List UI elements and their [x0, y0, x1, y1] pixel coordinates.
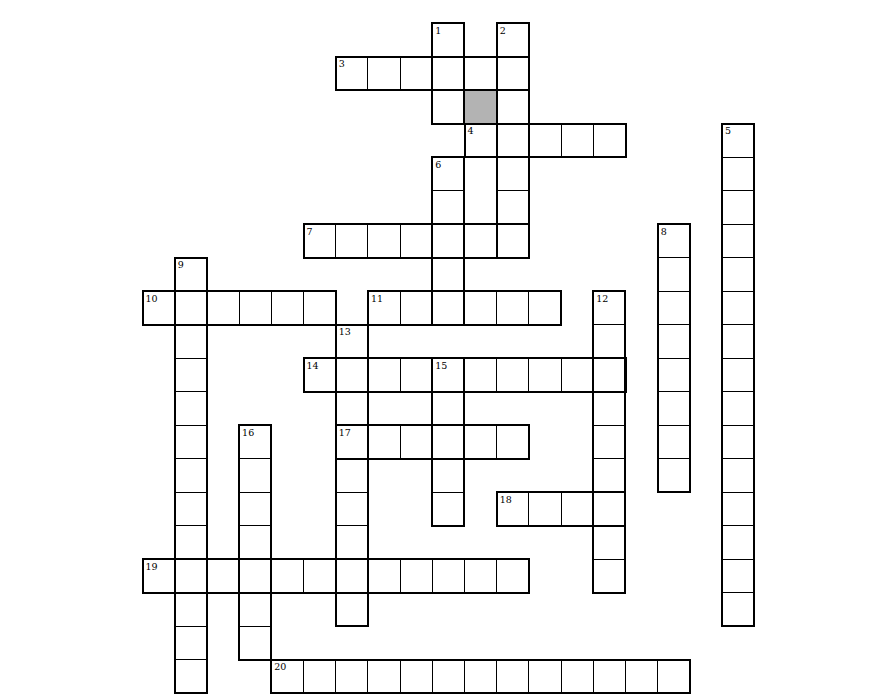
cell[interactable] — [271, 291, 305, 326]
cell[interactable] — [335, 391, 369, 426]
cell[interactable] — [303, 224, 337, 259]
cell[interactable] — [335, 458, 369, 493]
cell[interactable] — [561, 358, 595, 393]
cell[interactable] — [367, 56, 401, 91]
cell[interactable] — [174, 324, 208, 359]
cell[interactable] — [528, 492, 562, 527]
cell[interactable] — [496, 23, 530, 58]
cell[interactable] — [528, 291, 562, 326]
cell[interactable] — [625, 659, 659, 694]
cell[interactable] — [432, 56, 466, 91]
cell[interactable] — [657, 659, 691, 694]
cell[interactable] — [593, 559, 627, 594]
cell[interactable] — [722, 391, 756, 426]
cell[interactable] — [496, 559, 530, 594]
cell[interactable] — [722, 123, 756, 158]
cell[interactable] — [206, 291, 240, 326]
cell[interactable] — [239, 592, 273, 627]
cell[interactable] — [239, 425, 273, 460]
cell[interactable] — [722, 190, 756, 225]
cell[interactable] — [496, 224, 530, 259]
cell[interactable] — [722, 559, 756, 594]
cell[interactable] — [561, 492, 595, 527]
cell[interactable] — [593, 659, 627, 694]
cell[interactable] — [432, 23, 466, 58]
cell[interactable] — [432, 425, 466, 460]
cell[interactable] — [593, 458, 627, 493]
cell[interactable] — [335, 324, 369, 359]
cell[interactable] — [239, 291, 273, 326]
cell[interactable] — [303, 358, 337, 393]
cell[interactable] — [239, 559, 273, 594]
cell[interactable] — [239, 626, 273, 661]
cell[interactable] — [432, 492, 466, 527]
cell[interactable] — [271, 559, 305, 594]
cell[interactable] — [335, 659, 369, 694]
cell[interactable] — [464, 56, 498, 91]
cell[interactable] — [432, 90, 466, 125]
cell[interactable] — [528, 659, 562, 694]
shaded-cell — [464, 90, 498, 125]
cell[interactable] — [400, 56, 434, 91]
cell[interactable] — [367, 559, 401, 594]
cell[interactable] — [722, 425, 756, 460]
cell[interactable] — [593, 358, 627, 393]
cell[interactable] — [432, 559, 466, 594]
cell[interactable] — [174, 525, 208, 560]
cell[interactable] — [464, 123, 498, 158]
cell[interactable] — [303, 559, 337, 594]
cell[interactable] — [206, 559, 240, 594]
cell[interactable] — [593, 492, 627, 527]
cell[interactable] — [335, 559, 369, 594]
cell[interactable] — [432, 358, 466, 393]
cell[interactable] — [174, 291, 208, 326]
cell[interactable] — [432, 190, 466, 225]
cell[interactable] — [239, 525, 273, 560]
cell[interactable] — [496, 190, 530, 225]
cell[interactable] — [174, 492, 208, 527]
cell[interactable] — [367, 425, 401, 460]
cell[interactable] — [561, 659, 595, 694]
cell[interactable] — [496, 123, 530, 158]
cell[interactable] — [657, 257, 691, 292]
crossword-board: 1234567891011121314151617181920 — [142, 23, 754, 693]
cell[interactable] — [464, 291, 498, 326]
cell[interactable] — [496, 157, 530, 192]
cell[interactable] — [722, 257, 756, 292]
cell[interactable] — [464, 425, 498, 460]
cell[interactable] — [432, 157, 466, 192]
cell[interactable] — [432, 391, 466, 426]
cell[interactable] — [593, 123, 627, 158]
cell[interactable] — [174, 358, 208, 393]
cell[interactable] — [528, 358, 562, 393]
cell[interactable] — [335, 425, 369, 460]
cell[interactable] — [174, 458, 208, 493]
cell[interactable] — [271, 659, 305, 694]
cell[interactable] — [593, 525, 627, 560]
cell[interactable] — [496, 492, 530, 527]
cell[interactable] — [722, 358, 756, 393]
cell[interactable] — [657, 458, 691, 493]
cell[interactable] — [367, 659, 401, 694]
page: 1234567891011121314151617181920 — [0, 0, 888, 700]
cell[interactable] — [722, 458, 756, 493]
cell[interactable] — [174, 592, 208, 627]
cell[interactable] — [174, 391, 208, 426]
cell[interactable] — [496, 358, 530, 393]
cell[interactable] — [400, 358, 434, 393]
cell[interactable] — [464, 224, 498, 259]
cell[interactable] — [303, 659, 337, 694]
cell[interactable] — [367, 224, 401, 259]
cell[interactable] — [239, 458, 273, 493]
cell[interactable] — [528, 123, 562, 158]
cell[interactable] — [593, 425, 627, 460]
cell[interactable] — [464, 358, 498, 393]
cell[interactable] — [722, 492, 756, 527]
cell[interactable] — [335, 358, 369, 393]
cell[interactable] — [464, 559, 498, 594]
cell[interactable] — [335, 592, 369, 627]
cell[interactable] — [432, 458, 466, 493]
cell[interactable] — [722, 291, 756, 326]
cell[interactable] — [496, 659, 530, 694]
cell[interactable] — [657, 425, 691, 460]
cell[interactable] — [722, 525, 756, 560]
cell[interactable] — [657, 324, 691, 359]
cell[interactable] — [174, 659, 208, 694]
cell[interactable] — [432, 659, 466, 694]
cell[interactable] — [174, 425, 208, 460]
cell[interactable] — [400, 559, 434, 594]
cell[interactable] — [593, 391, 627, 426]
cell[interactable] — [657, 224, 691, 259]
cell[interactable] — [335, 492, 369, 527]
cell[interactable] — [464, 659, 498, 694]
cell[interactable] — [239, 492, 273, 527]
cell[interactable] — [593, 291, 627, 326]
cell[interactable] — [174, 626, 208, 661]
cell[interactable] — [496, 56, 530, 91]
cell[interactable] — [400, 224, 434, 259]
cell[interactable] — [722, 224, 756, 259]
cell[interactable] — [496, 90, 530, 125]
cell[interactable] — [657, 391, 691, 426]
cell[interactable] — [593, 324, 627, 359]
cell[interactable] — [400, 659, 434, 694]
cell[interactable] — [657, 291, 691, 326]
cell[interactable] — [400, 425, 434, 460]
cell[interactable] — [174, 559, 208, 594]
cell[interactable] — [400, 291, 434, 326]
cell[interactable] — [432, 291, 466, 326]
cell[interactable] — [335, 224, 369, 259]
cell[interactable] — [432, 257, 466, 292]
cell[interactable] — [496, 425, 530, 460]
cell[interactable] — [432, 224, 466, 259]
cell[interactable] — [142, 559, 176, 594]
cell[interactable] — [722, 324, 756, 359]
cell[interactable] — [496, 291, 530, 326]
cell[interactable] — [303, 291, 337, 326]
cell[interactable] — [722, 157, 756, 192]
cell[interactable] — [561, 123, 595, 158]
cell[interactable] — [335, 525, 369, 560]
cell[interactable] — [142, 291, 176, 326]
cell[interactable] — [335, 56, 369, 91]
cell[interactable] — [174, 257, 208, 292]
cell[interactable] — [722, 592, 756, 627]
cell[interactable] — [367, 358, 401, 393]
cell[interactable] — [657, 358, 691, 393]
cell[interactable] — [367, 291, 401, 326]
